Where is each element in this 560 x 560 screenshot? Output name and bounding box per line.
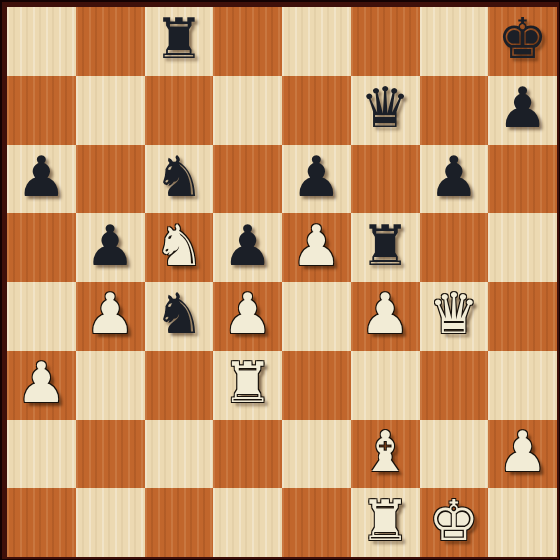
white-pawn-a3[interactable]: ♟ [16,355,66,411]
square-b5[interactable]: ♟ [76,213,145,282]
square-f6[interactable] [351,145,420,214]
square-a1[interactable] [7,488,76,557]
square-b8[interactable] [76,7,145,76]
square-e7[interactable] [282,76,351,145]
square-g6[interactable]: ♟ [420,145,489,214]
square-a2[interactable] [7,420,76,489]
square-a4[interactable] [7,282,76,351]
square-f7[interactable]: ♛ [351,76,420,145]
square-f2[interactable]: ♝ [351,420,420,489]
square-a3[interactable]: ♟ [7,351,76,420]
square-c2[interactable] [145,420,214,489]
square-d8[interactable] [213,7,282,76]
white-pawn-h2[interactable]: ♟ [498,424,548,480]
black-rook-f5[interactable]: ♜ [360,218,410,274]
square-g7[interactable] [420,76,489,145]
black-king-h8[interactable]: ♚ [498,11,548,67]
square-e3[interactable] [282,351,351,420]
square-b1[interactable] [76,488,145,557]
square-g3[interactable] [420,351,489,420]
square-h2[interactable]: ♟ [488,420,557,489]
square-c6[interactable]: ♞ [145,145,214,214]
white-bishop-f2[interactable]: ♝ [360,424,410,480]
white-pawn-e5[interactable]: ♟ [291,218,341,274]
square-c1[interactable] [145,488,214,557]
square-d4[interactable]: ♟ [213,282,282,351]
square-g8[interactable] [420,7,489,76]
square-d6[interactable] [213,145,282,214]
square-g2[interactable] [420,420,489,489]
chess-board: ♜♚♛♟♟♞♟♟♟♞♟♟♜♟♞♟♟♛♟♜♝♟♜♚ [7,7,557,557]
black-pawn-d5[interactable]: ♟ [223,218,273,274]
square-e2[interactable] [282,420,351,489]
white-pawn-d4[interactable]: ♟ [223,286,273,342]
square-f3[interactable] [351,351,420,420]
square-c8[interactable]: ♜ [145,7,214,76]
white-rook-f1[interactable]: ♜ [360,493,410,549]
square-f8[interactable] [351,7,420,76]
square-d7[interactable] [213,76,282,145]
square-a8[interactable] [7,7,76,76]
square-h7[interactable]: ♟ [488,76,557,145]
square-d3[interactable]: ♜ [213,351,282,420]
square-a6[interactable]: ♟ [7,145,76,214]
square-b6[interactable] [76,145,145,214]
square-h1[interactable] [488,488,557,557]
square-f5[interactable]: ♜ [351,213,420,282]
square-d1[interactable] [213,488,282,557]
black-pawn-g6[interactable]: ♟ [429,149,479,205]
black-pawn-e6[interactable]: ♟ [291,149,341,205]
square-b2[interactable] [76,420,145,489]
square-h3[interactable] [488,351,557,420]
square-d5[interactable]: ♟ [213,213,282,282]
square-h5[interactable] [488,213,557,282]
square-d2[interactable] [213,420,282,489]
square-f1[interactable]: ♜ [351,488,420,557]
black-knight-c6[interactable]: ♞ [154,149,204,205]
square-e4[interactable] [282,282,351,351]
board-frame: ♜♚♛♟♟♞♟♟♟♞♟♟♜♟♞♟♟♛♟♜♝♟♜♚ [0,0,560,560]
square-e1[interactable] [282,488,351,557]
white-knight-c5[interactable]: ♞ [154,218,204,274]
square-f4[interactable]: ♟ [351,282,420,351]
square-g5[interactable] [420,213,489,282]
white-pawn-b4[interactable]: ♟ [85,286,135,342]
white-pawn-f4[interactable]: ♟ [360,286,410,342]
black-queen-f7[interactable]: ♛ [360,80,410,136]
square-h4[interactable] [488,282,557,351]
black-knight-c4[interactable]: ♞ [154,286,204,342]
black-pawn-a6[interactable]: ♟ [16,149,66,205]
black-pawn-h7[interactable]: ♟ [498,80,548,136]
square-h8[interactable]: ♚ [488,7,557,76]
square-e5[interactable]: ♟ [282,213,351,282]
square-b3[interactable] [76,351,145,420]
square-a5[interactable] [7,213,76,282]
white-rook-d3[interactable]: ♜ [223,355,273,411]
black-rook-c8[interactable]: ♜ [154,11,204,67]
white-king-g1[interactable]: ♚ [429,493,479,549]
square-c5[interactable]: ♞ [145,213,214,282]
square-g1[interactable]: ♚ [420,488,489,557]
square-g4[interactable]: ♛ [420,282,489,351]
square-e8[interactable] [282,7,351,76]
black-pawn-b5[interactable]: ♟ [85,218,135,274]
square-a7[interactable] [7,76,76,145]
square-c4[interactable]: ♞ [145,282,214,351]
square-e6[interactable]: ♟ [282,145,351,214]
square-b4[interactable]: ♟ [76,282,145,351]
square-c3[interactable] [145,351,214,420]
white-queen-g4[interactable]: ♛ [429,286,479,342]
square-b7[interactable] [76,76,145,145]
square-c7[interactable] [145,76,214,145]
square-h6[interactable] [488,145,557,214]
